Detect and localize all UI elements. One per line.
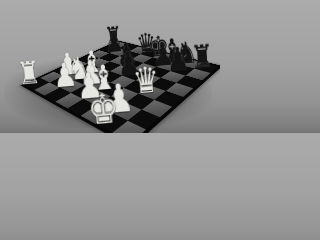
black-rook: ♜: [190, 40, 214, 73]
scene-background: ♜♛♚♝♞♜♟♟♟♟♟♝♛♟♞♟♝♟♟♟♜♚: [0, 0, 220, 133]
square-a2: [40, 72, 63, 83]
white-rook: ♜: [16, 56, 43, 89]
board-perspective-wrapper: ♜♛♚♝♞♜♟♟♟♟♟♝♛♟♞♟♝♟♟♟♜♚: [0, 0, 220, 133]
chessboard: ♜♛♚♝♞♜♟♟♟♟♟♝♛♟♞♟♝♟♟♟♜♚: [21, 40, 220, 133]
black-queen: ♛: [135, 29, 157, 58]
square-h4: [154, 91, 183, 107]
black-rook: ♜: [104, 23, 124, 49]
